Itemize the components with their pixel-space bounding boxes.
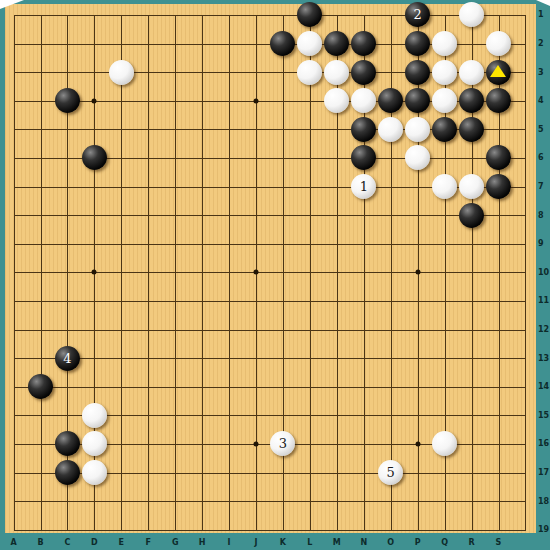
move-number-label: 1 (360, 180, 368, 193)
white-stone (486, 31, 511, 56)
column-label: S (485, 536, 512, 549)
row-label: 18 (538, 487, 550, 516)
black-stone (432, 117, 457, 142)
black-stone (486, 88, 511, 113)
column-label: N (350, 536, 377, 549)
black-stone (459, 117, 484, 142)
go-app-window: 21435 ABCDEFGHIJKLMNOPQRS 12345678910111… (0, 0, 550, 550)
column-label: E (108, 536, 135, 549)
column-label: D (81, 536, 108, 549)
white-stone (432, 88, 457, 113)
column-label: Q (431, 536, 458, 549)
column-label: F (135, 536, 162, 549)
corner-artifact (0, 0, 24, 9)
black-stone (486, 145, 511, 170)
move-number-label: 5 (387, 466, 395, 479)
column-label: A (0, 536, 27, 549)
row-label: 11 (538, 287, 550, 316)
column-coordinate-labels: ABCDEFGHIJKLMNOPQRS (0, 536, 512, 549)
white-stone (459, 174, 484, 199)
black-stone (459, 203, 484, 228)
row-label: 7 (538, 172, 550, 201)
black-stone (459, 88, 484, 113)
row-label: 16 (538, 430, 550, 459)
black-stone (351, 145, 376, 170)
black-stone (405, 60, 430, 85)
move-number-label: 2 (414, 8, 422, 21)
column-label: P (404, 536, 431, 549)
row-label: 6 (538, 144, 550, 173)
column-label: B (27, 536, 54, 549)
grid-line (525, 15, 526, 531)
white-stone (324, 60, 349, 85)
white-stone (432, 31, 457, 56)
row-label: 10 (538, 258, 550, 287)
column-label: O (377, 536, 404, 549)
black-stone (324, 31, 349, 56)
black-stone (486, 174, 511, 199)
move-number-label: 4 (63, 352, 71, 365)
black-stone (405, 88, 430, 113)
white-stone (82, 403, 107, 428)
white-stone (459, 60, 484, 85)
row-label: 3 (538, 58, 550, 87)
column-label: M (323, 536, 350, 549)
row-label: 9 (538, 229, 550, 258)
black-stone: 2 (405, 2, 430, 27)
row-label: 5 (538, 115, 550, 144)
move-number-label: 3 (279, 437, 287, 450)
column-label: C (54, 536, 81, 549)
white-stone (82, 460, 107, 485)
row-label: 2 (538, 29, 550, 58)
white-stone (432, 431, 457, 456)
white-stone (432, 174, 457, 199)
triangle-marker (490, 65, 506, 77)
black-stone: 4 (55, 346, 80, 371)
column-label: G (162, 536, 189, 549)
white-stone (324, 88, 349, 113)
black-stone (55, 88, 80, 113)
black-stone (378, 88, 403, 113)
white-stone (351, 88, 376, 113)
white-stone: 5 (378, 460, 403, 485)
black-stone (55, 460, 80, 485)
row-label: 8 (538, 201, 550, 230)
column-label: I (216, 536, 243, 549)
row-label: 4 (538, 86, 550, 115)
black-stone (351, 117, 376, 142)
black-stone (28, 374, 53, 399)
column-label: H (189, 536, 216, 549)
row-label: 13 (538, 344, 550, 373)
white-stone (405, 117, 430, 142)
row-label: 17 (538, 458, 550, 487)
black-stone (486, 60, 511, 85)
row-coordinate-labels: 12345678910111213141516171819 (538, 1, 550, 544)
row-label: 19 (538, 515, 550, 544)
column-label: K (270, 536, 297, 549)
corner-artifact (536, 0, 550, 6)
black-stone (351, 60, 376, 85)
black-stone (270, 31, 295, 56)
white-stone (432, 60, 457, 85)
column-label: J (243, 536, 270, 549)
row-label: 14 (538, 372, 550, 401)
column-label: L (296, 536, 323, 549)
black-stone (351, 31, 376, 56)
white-stone (297, 60, 322, 85)
black-stone (405, 31, 430, 56)
black-stone (55, 431, 80, 456)
row-label: 12 (538, 315, 550, 344)
row-label: 15 (538, 401, 550, 430)
white-stone (378, 117, 403, 142)
white-stone (82, 431, 107, 456)
black-stone (297, 2, 322, 27)
black-stone (82, 145, 107, 170)
white-stone (405, 145, 430, 170)
white-stone: 3 (270, 431, 295, 456)
white-stone (297, 31, 322, 56)
white-stone (109, 60, 134, 85)
white-stone (459, 2, 484, 27)
white-stone: 1 (351, 174, 376, 199)
column-label: R (458, 536, 485, 549)
stones-layer: 21435 (0, 1, 512, 544)
